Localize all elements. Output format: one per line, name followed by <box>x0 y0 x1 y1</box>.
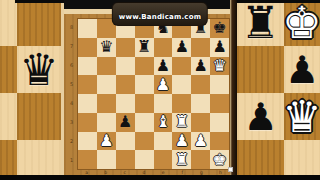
black-king: ♚ <box>212 20 226 36</box>
square-e1[interactable] <box>154 150 173 169</box>
bg-square-b5 <box>17 140 61 180</box>
white-rook: ♜ <box>175 114 189 130</box>
square-h4[interactable] <box>210 94 229 113</box>
square-d4[interactable] <box>135 94 154 113</box>
rank-label-6: 6 <box>67 56 76 75</box>
square-h2[interactable] <box>210 132 229 151</box>
square-f2[interactable]: ♟ <box>172 132 191 151</box>
bg-square-a8 <box>0 0 17 46</box>
rank-label-3: 3 <box>67 113 76 132</box>
rank-label-2: 2 <box>67 132 76 151</box>
white-bishop: ♝ <box>156 114 170 130</box>
white-queen: ♛ <box>212 58 226 74</box>
white-pawn: ♟ <box>194 133 208 149</box>
square-b5[interactable] <box>97 75 116 94</box>
white-rook: ♜ <box>175 152 189 168</box>
square-f3[interactable]: ♜ <box>172 113 191 132</box>
bg-square-a5 <box>0 140 17 180</box>
square-a5[interactable] <box>78 75 97 94</box>
white-king: ♚ <box>212 152 226 168</box>
bg-square-b7: ♛ <box>17 46 61 93</box>
window-right-shadow <box>230 0 237 180</box>
square-g4[interactable] <box>191 94 210 113</box>
square-b3[interactable] <box>97 113 116 132</box>
chess-app-window: 87654321 ♞♜♚♛♜♟♟♟♟♛♟♟♝♜♟♟♟♜♚ abcdefgh <box>64 0 230 180</box>
bg-square-g5 <box>237 140 284 180</box>
square-d6[interactable] <box>135 57 154 76</box>
white-pawn: ♟ <box>175 133 189 149</box>
square-e4[interactable] <box>154 94 173 113</box>
black-pawn: ♟ <box>194 58 208 74</box>
black-pawn: ♟ <box>212 39 226 55</box>
square-f4[interactable] <box>172 94 191 113</box>
square-b1[interactable] <box>97 150 116 169</box>
bg-white-king: ♚ <box>284 1 320 45</box>
bg-square-h6: ♛ <box>284 93 320 140</box>
square-g7[interactable] <box>191 38 210 57</box>
bg-black-rook: ♜ <box>241 1 280 45</box>
bg-square-b6 <box>17 93 61 140</box>
square-d2[interactable] <box>135 132 154 151</box>
square-a7[interactable] <box>78 38 97 57</box>
square-g6[interactable]: ♟ <box>191 57 210 76</box>
bg-square-a7 <box>0 46 17 93</box>
bg-square-g6: ♟ <box>237 93 284 140</box>
square-e6[interactable]: ♟ <box>154 57 173 76</box>
watermark-text: www.Bandicam.com <box>119 13 201 21</box>
window-resize-grip[interactable] <box>228 167 233 172</box>
square-g1[interactable] <box>191 150 210 169</box>
square-h7[interactable]: ♟ <box>210 38 229 57</box>
square-c6[interactable] <box>116 57 135 76</box>
square-a2[interactable] <box>78 132 97 151</box>
square-h1[interactable]: ♚ <box>210 150 229 169</box>
square-d7[interactable]: ♜ <box>135 38 154 57</box>
square-b2[interactable]: ♟ <box>97 132 116 151</box>
video-frame: ♛♜♟♚♟♛ 87654321 ♞♜♚♛♜♟♟♟♟♛♟♟♝♜♟♟♟♜♚ abcd… <box>0 0 320 180</box>
white-pawn: ♟ <box>156 77 170 93</box>
black-queen: ♛ <box>99 39 113 55</box>
black-pawn: ♟ <box>175 39 189 55</box>
square-e5[interactable]: ♟ <box>154 75 173 94</box>
bg-square-h5 <box>284 140 320 180</box>
square-g3[interactable] <box>191 113 210 132</box>
square-c2[interactable] <box>116 132 135 151</box>
bg-square-g7 <box>237 46 284 93</box>
square-b7[interactable]: ♛ <box>97 38 116 57</box>
bg-square-h7: ♟ <box>284 46 320 93</box>
square-a3[interactable] <box>78 113 97 132</box>
bg-square-a6 <box>0 93 17 140</box>
square-h8[interactable]: ♚ <box>210 19 229 38</box>
rank-label-1: 1 <box>67 151 76 170</box>
square-h5[interactable] <box>210 75 229 94</box>
bottom-black-bar <box>0 175 320 180</box>
chess-board: ♞♜♚♛♜♟♟♟♟♛♟♟♝♜♟♟♟♜♚ <box>77 18 230 170</box>
bg-white-queen: ♛ <box>284 95 320 139</box>
bg-black-pawn: ♟ <box>243 98 277 136</box>
square-c3[interactable]: ♟ <box>116 113 135 132</box>
square-d1[interactable] <box>135 150 154 169</box>
square-b6[interactable] <box>97 57 116 76</box>
square-d5[interactable] <box>135 75 154 94</box>
square-c1[interactable] <box>116 150 135 169</box>
square-e2[interactable] <box>154 132 173 151</box>
square-a4[interactable] <box>78 94 97 113</box>
bg-square-g8: ♜ <box>237 0 284 46</box>
black-rook: ♜ <box>137 39 151 55</box>
rank-label-4: 4 <box>67 94 76 113</box>
square-f7[interactable]: ♟ <box>172 38 191 57</box>
square-c4[interactable] <box>116 94 135 113</box>
square-b4[interactable] <box>97 94 116 113</box>
square-e7[interactable] <box>154 38 173 57</box>
bg-square-b8 <box>17 0 61 46</box>
square-f6[interactable] <box>172 57 191 76</box>
rank-label-5: 5 <box>67 75 76 94</box>
rank-label-8: 8 <box>67 18 76 37</box>
rank-label-7: 7 <box>67 37 76 56</box>
black-pawn: ♟ <box>156 58 170 74</box>
bg-black-pawn: ♟ <box>285 51 319 89</box>
bg-black-queen: ♛ <box>19 48 58 92</box>
square-a8[interactable] <box>78 19 97 38</box>
black-pawn: ♟ <box>118 114 132 130</box>
square-f1[interactable]: ♜ <box>172 150 191 169</box>
square-g2[interactable]: ♟ <box>191 132 210 151</box>
square-c7[interactable] <box>116 38 135 57</box>
square-g5[interactable] <box>191 75 210 94</box>
square-f5[interactable] <box>172 75 191 94</box>
square-d3[interactable] <box>135 113 154 132</box>
white-pawn: ♟ <box>99 133 113 149</box>
square-a6[interactable] <box>78 57 97 76</box>
bg-square-h8: ♚ <box>284 0 320 46</box>
square-a1[interactable] <box>78 150 97 169</box>
bandicam-watermark: www.Bandicam.com <box>112 2 208 26</box>
square-e3[interactable]: ♝ <box>154 113 173 132</box>
square-h3[interactable] <box>210 113 229 132</box>
square-h6[interactable]: ♛ <box>210 57 229 76</box>
square-c5[interactable] <box>116 75 135 94</box>
